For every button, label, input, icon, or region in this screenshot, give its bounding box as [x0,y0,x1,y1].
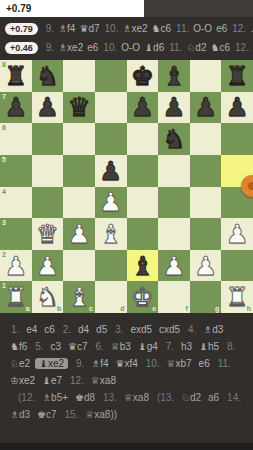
piece-white-bishop: ♝ [99,221,122,247]
piece-black-king: ♚ [131,63,154,89]
move[interactable]: ♘d2 [186,42,206,53]
square-d2[interactable] [95,250,127,282]
piece-white-pawn: ♟ [162,253,185,279]
square-g5[interactable] [190,155,222,187]
piece-white-pawn: ♟ [67,221,90,247]
move-number: 12. [70,375,84,386]
piece-white-rook: ♜ [4,284,27,310]
square-f7[interactable]: ♟ [158,92,190,124]
square-b1[interactable]: b♞ [32,281,64,313]
rank-label-3: 3 [2,219,6,226]
rank-label-1: 1 [2,282,6,289]
current-move[interactable]: ♝xe2 [35,358,68,369]
square-e7[interactable]: ♟ [127,92,159,124]
move-number: 9. [76,358,84,369]
piece-white-pawn: ♟ [194,253,217,279]
move[interactable]: c6 [44,324,55,335]
square-a1[interactable]: 1a♜ [0,281,32,313]
square-b3[interactable]: ♛ [32,218,64,250]
rank-label-7: 7 [2,93,6,100]
square-f8[interactable]: ♝ [158,60,190,92]
square-g1[interactable]: g [190,281,222,313]
piece-white-queen: ♛ [36,221,59,247]
piece-black-queen: ♛ [67,94,90,120]
move[interactable]: ♘d2 [181,392,201,403]
move-number: 10. [146,358,160,369]
square-h3[interactable]: ♟ [221,218,253,250]
move[interactable]: ♕xa8 [124,392,149,403]
square-a7[interactable]: 7♟ [0,92,32,124]
piece-black-bishop: ♝ [131,253,154,279]
move[interactable]: ♕xb7 [167,358,192,369]
move[interactable]: c3 [51,341,62,352]
square-b4[interactable] [32,187,64,219]
file-label-d: d [120,305,124,312]
move-classification-badge-dot [248,182,253,190]
engine-line-2[interactable]: +0.469. ♗xe2 e6 10. O-O ♝d6 11. ♘d2 ♞c6 … [0,38,253,57]
square-d4[interactable]: ♟ [95,187,127,219]
move-number: 8. [227,341,235,352]
move-number: 12. [232,23,246,34]
move-number: 11. [169,42,182,53]
move[interactable]: O-O [193,23,212,34]
move[interactable]: a6 [208,392,219,403]
move[interactable]: ♗f4 [58,23,75,34]
square-c3[interactable]: ♟ [63,218,95,250]
piece-black-pawn: ♟ [4,94,27,120]
move[interactable]: ♔xe2 [10,375,35,386]
square-e4[interactable] [127,187,159,219]
move-number: 6. [95,341,103,352]
square-a3[interactable]: 3 [0,218,32,250]
square-d8[interactable] [95,60,127,92]
square-b6[interactable] [32,123,64,155]
piece-black-pawn: ♟ [162,94,185,120]
move-number: 12. [235,42,249,53]
square-f1[interactable]: f [158,281,190,313]
move[interactable]: d4 [78,324,89,335]
move-list: 1. e4 c6 2. d4 d5 3. exd5 cxd5 4. ♗d3 ♞f… [0,313,253,423]
engine-line-1[interactable]: +0.799. ♗f4 ♛d7 10. ♗xe2 ♞c6 11. O-O e6 … [0,19,253,38]
square-f2[interactable]: ♟ [158,250,190,282]
square-c5[interactable] [63,155,95,187]
main-line: 1. e4 c6 2. d4 d5 3. exd5 cxd5 4. ♗d3 ♞f… [8,321,245,389]
engine-eval-badge: +0.79 [5,23,38,35]
piece-white-knight: ♞ [36,284,59,310]
piece-white-bishop: ♝ [67,284,90,310]
move[interactable]: ♕b3 [111,341,131,352]
square-h8[interactable]: ♜ [221,60,253,92]
move[interactable]: ♗xe2 [122,23,147,34]
move[interactable]: ♘e2 [10,358,30,369]
move[interactable]: ♝d6 [144,42,164,53]
square-h6[interactable] [221,123,253,155]
move[interactable]: ♗f4 [91,358,108,369]
move-number: 14. [227,392,241,403]
square-f6[interactable]: ♞ [158,123,190,155]
move[interactable]: ♞c6 [211,42,231,53]
move[interactable]: ♚c7 [37,409,57,420]
move-number: 11. [218,358,231,369]
move-number: 2. [63,324,71,335]
square-e3[interactable] [127,218,159,250]
square-h1[interactable]: h♜ [221,281,253,313]
move[interactable]: ♗xe2 [58,42,83,53]
square-g7[interactable]: ♟ [190,92,222,124]
move[interactable]: ♗d3 [10,409,30,420]
piece-white-pawn: ♟ [36,253,59,279]
square-a8[interactable]: 8♜ [0,60,32,92]
square-d7[interactable] [95,92,127,124]
rank-label-8: 8 [2,61,6,68]
move-number: 13. [103,392,117,403]
square-d1[interactable]: d [95,281,127,313]
move[interactable]: ♗b5+ [42,392,68,403]
move-number: 4. [188,324,196,335]
square-g8[interactable] [190,60,222,92]
move-number: 5. [35,341,43,352]
rank-label-4: 4 [2,188,6,195]
eval-bar-white-section: +0.79 [0,0,144,17]
move-number: 9. [46,42,54,53]
piece-black-rook: ♜ [226,63,249,89]
square-c4[interactable] [63,187,95,219]
move[interactable]: … [250,23,253,34]
move[interactable]: e6 [199,358,210,369]
square-d5[interactable]: ♟ [95,155,127,187]
move[interactable]: h3 [181,341,192,352]
piece-black-knight: ♞ [36,63,59,89]
engine-lines: +0.799. ♗f4 ♛d7 10. ♗xe2 ♞c6 11. O-O e6 … [0,17,253,57]
move[interactable]: e6 [216,23,227,34]
square-f4[interactable] [158,187,190,219]
eval-bar: +0.79 [0,0,253,17]
rank-label-5: 5 [2,156,6,163]
square-a2[interactable]: 2♟ [0,250,32,282]
piece-white-pawn: ♟ [226,221,249,247]
file-label-e: e [152,305,156,312]
square-a6[interactable]: 6 [0,123,32,155]
square-e6[interactable] [127,123,159,155]
square-c8[interactable] [63,60,95,92]
square-b5[interactable] [32,155,64,187]
file-label-f: f [185,305,187,312]
move[interactable]: ♚d8 [75,392,95,403]
square-a4[interactable]: 4 [0,187,32,219]
chess-board: 8♜♞♚♝♜7♟♟♛♟♟♟♟6♞5♟4♟3♛♟♝♟2♟♟♝♟♟1a♜b♞c♝de… [0,60,253,313]
move-number: 11. [176,23,189,34]
piece-black-rook: ♜ [4,63,27,89]
bottom-bar [0,443,253,450]
move[interactable]: ♝g4 [138,341,158,352]
move[interactable]: e6 [87,42,98,53]
square-g3[interactable] [190,218,222,250]
move[interactable]: ♞f6 [10,341,27,352]
rank-label-6: 6 [2,124,6,131]
eval-score: +0.79 [6,3,31,14]
piece-black-pawn: ♟ [226,94,249,120]
move-number: 10. [105,23,119,34]
move[interactable]: ♕xa8)) [85,409,117,420]
square-c7[interactable]: ♛ [63,92,95,124]
square-g4[interactable] [190,187,222,219]
move[interactable]: cxd5 [159,324,180,335]
file-label-a: a [26,305,30,312]
square-c6[interactable] [63,123,95,155]
piece-white-pawn: ♟ [4,253,27,279]
square-e1[interactable]: e♚ [127,281,159,313]
file-label-h: h [247,305,251,312]
square-g2[interactable]: ♟ [190,250,222,282]
move[interactable]: O-O [121,42,140,53]
move-number: 10. [103,42,117,53]
move-number: 3. [115,324,123,335]
piece-black-pawn: ♟ [131,94,154,120]
move-number: 1. [11,324,19,335]
square-b2[interactable]: ♟ [32,250,64,282]
square-f3[interactable] [158,218,190,250]
piece-white-pawn: ♟ [99,189,122,215]
square-g6[interactable] [190,123,222,155]
square-c2[interactable] [63,250,95,282]
move[interactable]: ♗d3 [203,324,223,335]
move[interactable]: ♛d7 [79,23,99,34]
move[interactable]: d5 [96,324,107,335]
move-number: (12. [18,392,35,403]
move[interactable]: ♞c6 [152,23,172,34]
square-b7[interactable]: ♟ [32,92,64,124]
move[interactable]: ♛xf4 [116,358,138,369]
move-number: (13. [157,392,174,403]
chess-analysis-screen: +0.79 +0.799. ♗f4 ♛d7 10. ♗xe2 ♞c6 11. O… [0,0,253,450]
square-e2[interactable]: ♝ [127,250,159,282]
piece-black-pawn: ♟ [99,158,122,184]
move[interactable]: e4 [26,324,37,335]
move[interactable]: ♛c7 [68,341,88,352]
move[interactable]: ♝h5 [199,341,219,352]
square-e5[interactable] [127,155,159,187]
square-d3[interactable]: ♝ [95,218,127,250]
file-label-g: g [215,305,219,312]
move-number: 15. [64,409,78,420]
piece-black-pawn: ♟ [36,94,59,120]
square-h2[interactable] [221,250,253,282]
square-d6[interactable] [95,123,127,155]
rank-label-2: 2 [2,251,6,258]
move[interactable]: ♝e7 [42,375,62,386]
file-label-b: b [57,305,61,312]
variation-line: (12. ♗b5+ ♚d8 13. ♕xa8 (13. ♘d2 a6 14. ♗… [8,389,245,423]
piece-white-king: ♚ [131,284,154,310]
piece-white-rook: ♜ [226,284,249,310]
move[interactable]: ♕xa8 [91,375,116,386]
file-label-c: c [89,305,93,312]
engine-eval-badge: +0.46 [5,42,38,54]
piece-black-bishop: ♝ [162,63,185,89]
piece-black-knight: ♞ [162,126,185,152]
square-b8[interactable]: ♞ [32,60,64,92]
move[interactable]: exd5 [130,324,152,335]
move-number: 7. [166,341,174,352]
square-a5[interactable]: 5 [0,155,32,187]
square-f5[interactable] [158,155,190,187]
move-number: 9. [46,23,54,34]
piece-black-pawn: ♟ [194,94,217,120]
square-e8[interactable]: ♚ [127,60,159,92]
square-c1[interactable]: c♝ [63,281,95,313]
square-h7[interactable]: ♟ [221,92,253,124]
